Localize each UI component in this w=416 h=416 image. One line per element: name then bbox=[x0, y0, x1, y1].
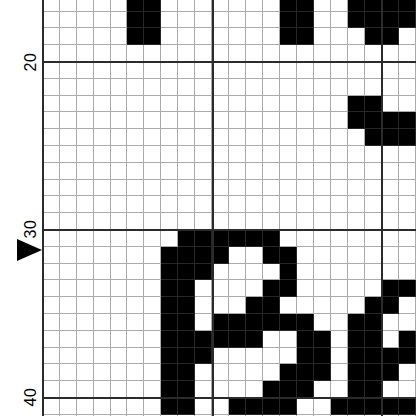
cell-r27-c5 bbox=[111, 163, 128, 180]
cell-r20-c15 bbox=[280, 45, 297, 62]
cell-r29-c18 bbox=[331, 196, 348, 213]
cell-r28-c4 bbox=[94, 180, 111, 197]
cell-r39-c16 bbox=[297, 364, 314, 381]
cell-r37-c12 bbox=[229, 331, 246, 348]
cell-r32-c6 bbox=[127, 247, 144, 264]
cell-r30-c14 bbox=[263, 213, 280, 230]
cell-r28-c11 bbox=[212, 180, 229, 197]
cell-r26-c19 bbox=[348, 146, 365, 163]
cell-r19-c1 bbox=[43, 28, 60, 45]
cell-r37-c13 bbox=[246, 331, 263, 348]
cell-r41-c17 bbox=[314, 398, 331, 415]
cell-r33-c15 bbox=[280, 264, 297, 281]
cell-r26-c13 bbox=[246, 146, 263, 163]
cell-r30-c8 bbox=[161, 213, 178, 230]
cell-r41-c22 bbox=[399, 398, 416, 415]
cell-r22-c10 bbox=[195, 79, 212, 96]
cell-r35-c16 bbox=[297, 297, 314, 314]
cell-r33-c9 bbox=[178, 264, 195, 281]
cell-r20-c20 bbox=[365, 45, 382, 62]
cell-r38-c17 bbox=[314, 348, 331, 365]
cell-r27-c11 bbox=[212, 163, 229, 180]
cell-r33-c4 bbox=[94, 264, 111, 281]
cell-r39-c22 bbox=[399, 364, 416, 381]
cell-r20-c7 bbox=[144, 45, 161, 62]
cell-r20-c17 bbox=[314, 45, 331, 62]
cell-r30-c13 bbox=[246, 213, 263, 230]
cell-r17-c11 bbox=[212, 0, 229, 12]
cell-r33-c3 bbox=[77, 264, 94, 281]
cell-r33-c7 bbox=[144, 264, 161, 281]
pattern-chart: 20 30 40 bbox=[0, 0, 416, 416]
cell-r30-c2 bbox=[60, 213, 77, 230]
cell-r20-c16 bbox=[297, 45, 314, 62]
cell-r25-c21 bbox=[382, 129, 399, 146]
cell-r32-c20 bbox=[365, 247, 382, 264]
cell-r19-c16 bbox=[297, 28, 314, 45]
cell-r38-c11 bbox=[212, 348, 229, 365]
cell-r22-c12 bbox=[229, 79, 246, 96]
cell-r19-c6 bbox=[127, 28, 144, 45]
cell-r35-c10 bbox=[195, 297, 212, 314]
cell-r19-c17 bbox=[314, 28, 331, 45]
cell-r40-c10 bbox=[195, 381, 212, 398]
cell-r20-c12 bbox=[229, 45, 246, 62]
cell-r35-c8 bbox=[161, 297, 178, 314]
cell-r32-c3 bbox=[77, 247, 94, 264]
cell-r19-c10 bbox=[195, 28, 212, 45]
cell-r41-c7 bbox=[144, 398, 161, 415]
cell-r29-c3 bbox=[77, 196, 94, 213]
row-label-20: 20 bbox=[22, 53, 40, 72]
cell-r27-c8 bbox=[161, 163, 178, 180]
cell-r40-c8 bbox=[161, 381, 178, 398]
cell-r17-c20 bbox=[365, 0, 382, 12]
cell-r27-c18 bbox=[331, 163, 348, 180]
cell-r31-c1 bbox=[43, 230, 60, 247]
cell-r20-c13 bbox=[246, 45, 263, 62]
cell-r27-c20 bbox=[365, 163, 382, 180]
cell-r24-c4 bbox=[94, 112, 111, 129]
cell-r32-c21 bbox=[382, 247, 399, 264]
cell-r18-c18 bbox=[331, 12, 348, 29]
cell-r35-c11 bbox=[212, 297, 229, 314]
cell-r33-c18 bbox=[331, 264, 348, 281]
cell-r25-c11 bbox=[212, 129, 229, 146]
cell-r27-c10 bbox=[195, 163, 212, 180]
cell-r27-c15 bbox=[280, 163, 297, 180]
cell-r17-c4 bbox=[94, 0, 111, 12]
cell-r18-c3 bbox=[77, 12, 94, 29]
cell-r38-c21 bbox=[382, 348, 399, 365]
cell-r23-c15 bbox=[280, 96, 297, 113]
cell-r40-c21 bbox=[382, 381, 399, 398]
cell-r35-c20 bbox=[365, 297, 382, 314]
cell-r34-c15 bbox=[280, 280, 297, 297]
cell-r27-c22 bbox=[399, 163, 416, 180]
cell-r18-c22 bbox=[399, 12, 416, 29]
cell-r28-c21 bbox=[382, 180, 399, 197]
cell-r24-c17 bbox=[314, 112, 331, 129]
cell-r24-c5 bbox=[111, 112, 128, 129]
cell-r22-c22 bbox=[399, 79, 416, 96]
cell-r27-c17 bbox=[314, 163, 331, 180]
cell-r20-c22 bbox=[399, 45, 416, 62]
center-row-marker-triangle-icon bbox=[17, 239, 42, 261]
cell-r38-c6 bbox=[127, 348, 144, 365]
cell-r35-c22 bbox=[399, 297, 416, 314]
cell-r28-c15 bbox=[280, 180, 297, 197]
cell-r23-c7 bbox=[144, 96, 161, 113]
cell-r23-c1 bbox=[43, 96, 60, 113]
cell-r36-c10 bbox=[195, 314, 212, 331]
cell-r20-c14 bbox=[263, 45, 280, 62]
cell-r26-c22 bbox=[399, 146, 416, 163]
cell-r18-c1 bbox=[43, 12, 60, 29]
cell-r23-c10 bbox=[195, 96, 212, 113]
cell-r18-c16 bbox=[297, 12, 314, 29]
cell-r19-c21 bbox=[382, 28, 399, 45]
cell-r32-c13 bbox=[246, 247, 263, 264]
cell-r34-c20 bbox=[365, 280, 382, 297]
cell-r39-c12 bbox=[229, 364, 246, 381]
cell-r38-c15 bbox=[280, 348, 297, 365]
cell-r30-c3 bbox=[77, 213, 94, 230]
cell-r27-c2 bbox=[60, 163, 77, 180]
cell-r39-c13 bbox=[246, 364, 263, 381]
cell-r29-c8 bbox=[161, 196, 178, 213]
cell-r21-c7 bbox=[144, 62, 161, 79]
cell-r39-c20 bbox=[365, 364, 382, 381]
cell-r38-c14 bbox=[263, 348, 280, 365]
cell-r30-c20 bbox=[365, 213, 382, 230]
cell-r25-c13 bbox=[246, 129, 263, 146]
cell-r36-c6 bbox=[127, 314, 144, 331]
cell-r22-c18 bbox=[331, 79, 348, 96]
cell-r27-c4 bbox=[94, 163, 111, 180]
cell-r40-c13 bbox=[246, 381, 263, 398]
cell-r24-c20 bbox=[365, 112, 382, 129]
cell-r26-c8 bbox=[161, 146, 178, 163]
cell-r30-c7 bbox=[144, 213, 161, 230]
cell-r22-c16 bbox=[297, 79, 314, 96]
cell-r34-c13 bbox=[246, 280, 263, 297]
cell-r25-c1 bbox=[43, 129, 60, 146]
cell-r28-c13 bbox=[246, 180, 263, 197]
cell-r26-c4 bbox=[94, 146, 111, 163]
cell-r33-c1 bbox=[43, 264, 60, 281]
cell-r17-c1 bbox=[43, 0, 60, 12]
cell-r22-c13 bbox=[246, 79, 263, 96]
cell-r32-c5 bbox=[111, 247, 128, 264]
cell-r25-c10 bbox=[195, 129, 212, 146]
cell-r19-c9 bbox=[178, 28, 195, 45]
cell-r23-c4 bbox=[94, 96, 111, 113]
cell-r18-c9 bbox=[178, 12, 195, 29]
cell-r34-c1 bbox=[43, 280, 60, 297]
cell-r22-c6 bbox=[127, 79, 144, 96]
cell-r30-c18 bbox=[331, 213, 348, 230]
cell-r37-c2 bbox=[60, 331, 77, 348]
cell-r17-c9 bbox=[178, 0, 195, 12]
cell-r24-c15 bbox=[280, 112, 297, 129]
cell-r28-c17 bbox=[314, 180, 331, 197]
cell-r36-c8 bbox=[161, 314, 178, 331]
cell-r29-c6 bbox=[127, 196, 144, 213]
cell-r29-c2 bbox=[60, 196, 77, 213]
cell-r34-c19 bbox=[348, 280, 365, 297]
cell-r25-c6 bbox=[127, 129, 144, 146]
cell-r29-c5 bbox=[111, 196, 128, 213]
cell-r34-c6 bbox=[127, 280, 144, 297]
cell-r36-c22 bbox=[399, 314, 416, 331]
cell-r39-c15 bbox=[280, 364, 297, 381]
cell-r18-c11 bbox=[212, 12, 229, 29]
cell-r39-c14 bbox=[263, 364, 280, 381]
cell-r29-c20 bbox=[365, 196, 382, 213]
cell-r30-c11 bbox=[212, 213, 229, 230]
cell-r35-c9 bbox=[178, 297, 195, 314]
cell-r32-c11 bbox=[212, 247, 229, 264]
cell-r35-c5 bbox=[111, 297, 128, 314]
cell-r24-c8 bbox=[161, 112, 178, 129]
cell-r17-c2 bbox=[60, 0, 77, 12]
cell-r32-c2 bbox=[60, 247, 77, 264]
cell-r31-c7 bbox=[144, 230, 161, 247]
cell-r31-c9 bbox=[178, 230, 195, 247]
cell-r21-c20 bbox=[365, 62, 382, 79]
cell-r30-c9 bbox=[178, 213, 195, 230]
cell-r37-c7 bbox=[144, 331, 161, 348]
cell-r22-c11 bbox=[212, 79, 229, 96]
cell-r36-c14 bbox=[263, 314, 280, 331]
cell-r20-c9 bbox=[178, 45, 195, 62]
cell-r40-c9 bbox=[178, 381, 195, 398]
cell-r35-c12 bbox=[229, 297, 246, 314]
cell-r33-c20 bbox=[365, 264, 382, 281]
cell-r34-c11 bbox=[212, 280, 229, 297]
cell-r38-c2 bbox=[60, 348, 77, 365]
cell-r31-c22 bbox=[399, 230, 416, 247]
cell-r17-c22 bbox=[399, 0, 416, 12]
cell-r21-c3 bbox=[77, 62, 94, 79]
cell-r18-c12 bbox=[229, 12, 246, 29]
cell-r31-c21 bbox=[382, 230, 399, 247]
cell-r39-c7 bbox=[144, 364, 161, 381]
cell-r25-c17 bbox=[314, 129, 331, 146]
cell-r24-c10 bbox=[195, 112, 212, 129]
row-label-30: 30 bbox=[22, 220, 40, 239]
row-label-40: 40 bbox=[22, 388, 40, 407]
cell-r22-c3 bbox=[77, 79, 94, 96]
cell-r39-c11 bbox=[212, 364, 229, 381]
cell-r39-c4 bbox=[94, 364, 111, 381]
cell-r37-c18 bbox=[331, 331, 348, 348]
cell-r23-c2 bbox=[60, 96, 77, 113]
cell-r39-c6 bbox=[127, 364, 144, 381]
cell-r18-c21 bbox=[382, 12, 399, 29]
cell-r32-c15 bbox=[280, 247, 297, 264]
cell-r35-c18 bbox=[331, 297, 348, 314]
cell-r29-c13 bbox=[246, 196, 263, 213]
cell-r17-c21 bbox=[382, 0, 399, 12]
cell-r21-c16 bbox=[297, 62, 314, 79]
cell-r21-c21 bbox=[382, 62, 399, 79]
cell-r38-c8 bbox=[161, 348, 178, 365]
cell-r34-c5 bbox=[111, 280, 128, 297]
cell-r28-c16 bbox=[297, 180, 314, 197]
cell-r36-c20 bbox=[365, 314, 382, 331]
cell-r19-c18 bbox=[331, 28, 348, 45]
cell-r39-c1 bbox=[43, 364, 60, 381]
cell-r36-c5 bbox=[111, 314, 128, 331]
cell-r26-c11 bbox=[212, 146, 229, 163]
cell-r23-c9 bbox=[178, 96, 195, 113]
cell-r32-c7 bbox=[144, 247, 161, 264]
cell-r20-c2 bbox=[60, 45, 77, 62]
cell-r24-c12 bbox=[229, 112, 246, 129]
cell-r25-c19 bbox=[348, 129, 365, 146]
cell-r25-c2 bbox=[60, 129, 77, 146]
cell-r40-c15 bbox=[280, 381, 297, 398]
cell-r39-c3 bbox=[77, 364, 94, 381]
cell-r33-c2 bbox=[60, 264, 77, 281]
cell-r26-c5 bbox=[111, 146, 128, 163]
cell-r23-c17 bbox=[314, 96, 331, 113]
cell-r22-c17 bbox=[314, 79, 331, 96]
cell-r27-c1 bbox=[43, 163, 60, 180]
cell-r25-c9 bbox=[178, 129, 195, 146]
cell-r21-c13 bbox=[246, 62, 263, 79]
cell-r21-c9 bbox=[178, 62, 195, 79]
cell-r24-c6 bbox=[127, 112, 144, 129]
cell-r26-c6 bbox=[127, 146, 144, 163]
cell-r32-c10 bbox=[195, 247, 212, 264]
cell-r40-c7 bbox=[144, 381, 161, 398]
cell-r32-c16 bbox=[297, 247, 314, 264]
cell-r41-c2 bbox=[60, 398, 77, 415]
cell-r25-c15 bbox=[280, 129, 297, 146]
cell-r36-c15 bbox=[280, 314, 297, 331]
cell-r40-c5 bbox=[111, 381, 128, 398]
cell-r33-c16 bbox=[297, 264, 314, 281]
cell-r33-c6 bbox=[127, 264, 144, 281]
cell-r19-c11 bbox=[212, 28, 229, 45]
cell-r38-c3 bbox=[77, 348, 94, 365]
cell-r32-c19 bbox=[348, 247, 365, 264]
cell-r29-c17 bbox=[314, 196, 331, 213]
cell-r24-c19 bbox=[348, 112, 365, 129]
cell-r41-c18 bbox=[331, 398, 348, 415]
cell-r20-c19 bbox=[348, 45, 365, 62]
cell-r30-c16 bbox=[297, 213, 314, 230]
cell-r34-c9 bbox=[178, 280, 195, 297]
cell-r41-c12 bbox=[229, 398, 246, 415]
cell-r38-c12 bbox=[229, 348, 246, 365]
cell-r18-c7 bbox=[144, 12, 161, 29]
cell-r28-c9 bbox=[178, 180, 195, 197]
cell-r28-c19 bbox=[348, 180, 365, 197]
cell-r27-c12 bbox=[229, 163, 246, 180]
cell-r33-c11 bbox=[212, 264, 229, 281]
cell-r24-c2 bbox=[60, 112, 77, 129]
cell-r32-c12 bbox=[229, 247, 246, 264]
cell-r24-c11 bbox=[212, 112, 229, 129]
cell-r17-c3 bbox=[77, 0, 94, 12]
cell-r23-c20 bbox=[365, 96, 382, 113]
cell-r26-c1 bbox=[43, 146, 60, 163]
cell-r27-c19 bbox=[348, 163, 365, 180]
cell-r22-c1 bbox=[43, 79, 60, 96]
cell-r25-c16 bbox=[297, 129, 314, 146]
cell-r34-c21 bbox=[382, 280, 399, 297]
cell-r17-c14 bbox=[263, 0, 280, 12]
cell-r40-c19 bbox=[348, 381, 365, 398]
cell-r18-c5 bbox=[111, 12, 128, 29]
cell-r36-c19 bbox=[348, 314, 365, 331]
cell-r26-c12 bbox=[229, 146, 246, 163]
cell-r35-c13 bbox=[246, 297, 263, 314]
cell-r33-c12 bbox=[229, 264, 246, 281]
cell-r28-c8 bbox=[161, 180, 178, 197]
cell-r41-c16 bbox=[297, 398, 314, 415]
cell-r26-c7 bbox=[144, 146, 161, 163]
cell-r18-c6 bbox=[127, 12, 144, 29]
cell-r41-c11 bbox=[212, 398, 229, 415]
cell-r17-c15 bbox=[280, 0, 297, 12]
cell-r28-c10 bbox=[195, 180, 212, 197]
cell-r29-c19 bbox=[348, 196, 365, 213]
cell-r37-c17 bbox=[314, 331, 331, 348]
cell-r39-c19 bbox=[348, 364, 365, 381]
cell-r20-c1 bbox=[43, 45, 60, 62]
cell-r34-c14 bbox=[263, 280, 280, 297]
cell-r36-c11 bbox=[212, 314, 229, 331]
cell-r28-c1 bbox=[43, 180, 60, 197]
cell-r28-c5 bbox=[111, 180, 128, 197]
cell-r23-c18 bbox=[331, 96, 348, 113]
cell-r21-c6 bbox=[127, 62, 144, 79]
cell-r26-c18 bbox=[331, 146, 348, 163]
cell-r38-c20 bbox=[365, 348, 382, 365]
cell-r39-c2 bbox=[60, 364, 77, 381]
cell-r36-c7 bbox=[144, 314, 161, 331]
cell-r36-c9 bbox=[178, 314, 195, 331]
cell-r21-c15 bbox=[280, 62, 297, 79]
cell-r41-c3 bbox=[77, 398, 94, 415]
cell-r32-c1 bbox=[43, 247, 60, 264]
cell-r28-c18 bbox=[331, 180, 348, 197]
cell-r37-c22 bbox=[399, 331, 416, 348]
cell-r33-c14 bbox=[263, 264, 280, 281]
cell-r39-c10 bbox=[195, 364, 212, 381]
cell-r31-c5 bbox=[111, 230, 128, 247]
cell-r18-c2 bbox=[60, 12, 77, 29]
cell-r33-c21 bbox=[382, 264, 399, 281]
cell-r34-c12 bbox=[229, 280, 246, 297]
cell-r26-c3 bbox=[77, 146, 94, 163]
cell-r22-c15 bbox=[280, 79, 297, 96]
cell-r20-c18 bbox=[331, 45, 348, 62]
cell-r18-c20 bbox=[365, 12, 382, 29]
cell-r28-c22 bbox=[399, 180, 416, 197]
cell-r29-c9 bbox=[178, 196, 195, 213]
cell-r36-c16 bbox=[297, 314, 314, 331]
cell-r41-c5 bbox=[111, 398, 128, 415]
cell-r20-c5 bbox=[111, 45, 128, 62]
cell-r30-c1 bbox=[43, 213, 60, 230]
cell-r40-c1 bbox=[43, 381, 60, 398]
